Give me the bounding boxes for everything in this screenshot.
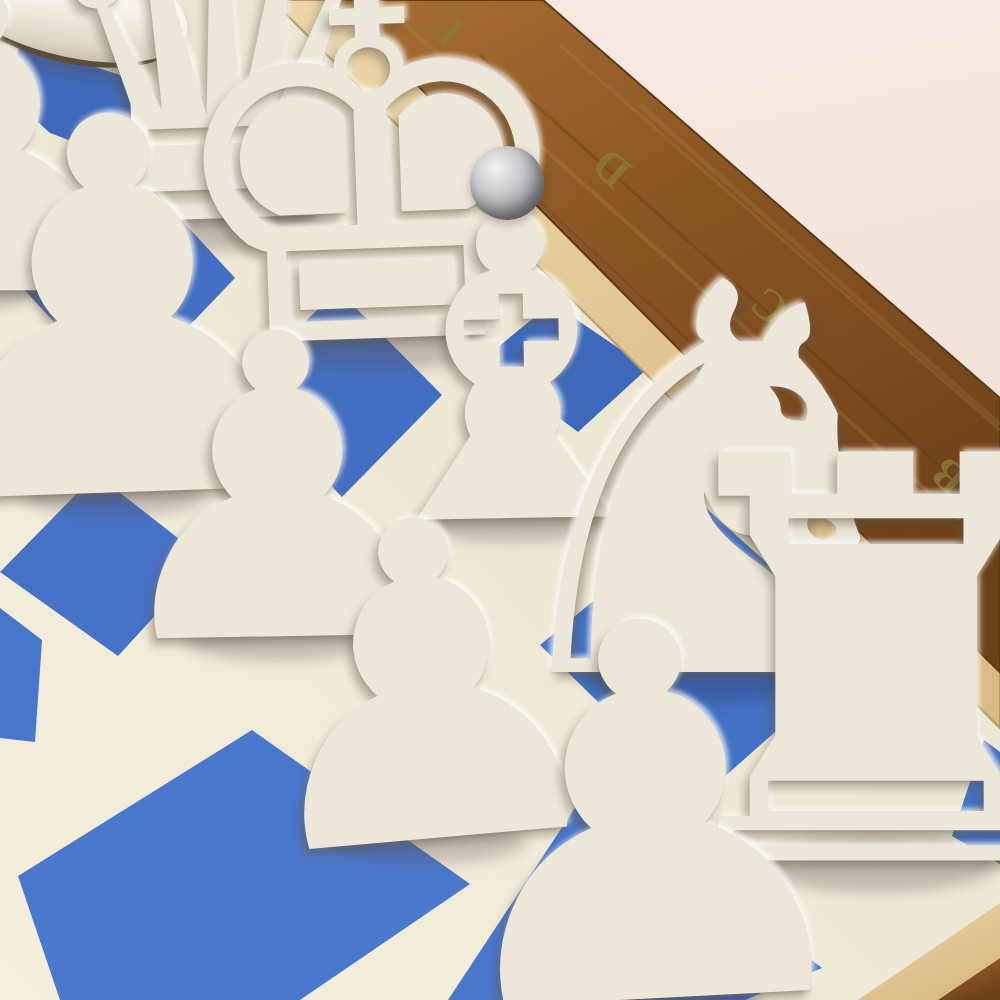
white-pawn-c5[interactable]: ♟ [402, 546, 895, 1000]
chess-photo-stage: EDCB♟♛♚♟♝♟♞♟♜♟ [0, 0, 1000, 1000]
